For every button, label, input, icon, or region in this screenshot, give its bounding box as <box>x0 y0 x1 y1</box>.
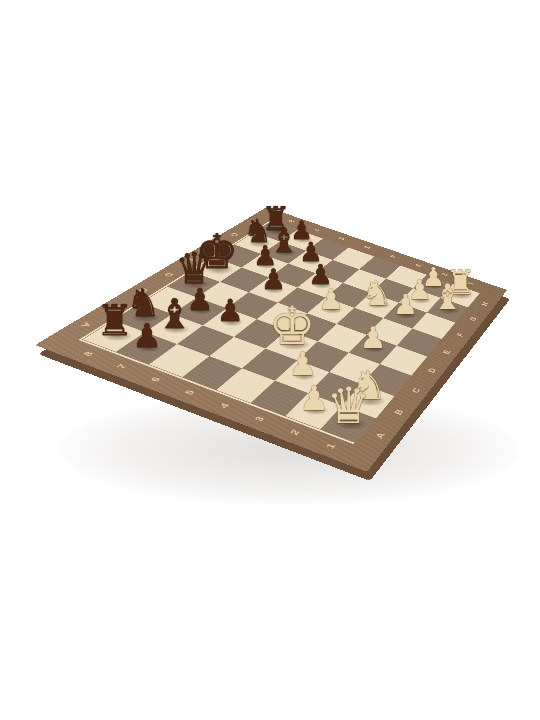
piece-black-pawn-e6[interactable]: ♟ <box>261 265 286 293</box>
piece-white-pawn-d2[interactable]: ♟ <box>360 323 387 353</box>
piece-white-king-c4[interactable]: ♚ <box>268 300 315 353</box>
pieces-layer: ♜♞♛♚♞♜♟♝♟♟♝♟♟♟♟♟♚♟♟♞♟♟♟♟♟♛♞♝♜ <box>0 0 540 720</box>
piece-white-knight-f3[interactable]: ♞ <box>362 276 393 310</box>
piece-white-pawn-b3[interactable]: ♟ <box>288 349 317 381</box>
chess-photo-stage: AA88BB77CC66DD55EE44FF33GG22HH11 ♜♞♛♚♞♜♟… <box>0 0 540 720</box>
piece-white-pawn-f2[interactable]: ♟ <box>393 291 418 319</box>
piece-white-pawn-e4[interactable]: ♟ <box>318 286 344 315</box>
piece-white-queen-a1[interactable]: ♛ <box>326 381 371 431</box>
piece-black-rook-a8[interactable]: ♜ <box>96 299 134 341</box>
piece-black-pawn-c6[interactable]: ♟ <box>217 296 244 327</box>
piece-white-pawn-a2[interactable]: ♟ <box>299 382 329 416</box>
piece-white-bishop-g1[interactable]: ♝ <box>432 280 463 315</box>
piece-black-pawn-a7[interactable]: ♟ <box>132 320 162 353</box>
